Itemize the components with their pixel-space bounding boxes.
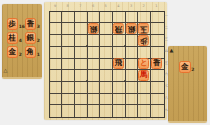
board-square[interactable] [113, 94, 126, 106]
rank-label: 一 [165, 15, 169, 19]
board-square[interactable] [88, 70, 101, 82]
sente-hand-panel: ▲ 金2 [168, 46, 208, 123]
file-label: 7 [74, 5, 87, 9]
board-square[interactable] [62, 23, 75, 35]
board-piece-1-5[interactable]: 香 [151, 58, 162, 69]
gote-marker: △ [4, 68, 8, 73]
board-square[interactable] [88, 105, 101, 117]
file-label: 2 [137, 5, 150, 9]
gote-hand-piece-香-count: 3 [37, 25, 40, 30]
board-square[interactable] [88, 94, 101, 106]
board-square[interactable] [126, 12, 139, 24]
board-square[interactable] [62, 105, 75, 117]
board-square[interactable] [151, 82, 164, 94]
gote-hand-panel: △ 歩16香3桂4銀2金2角1 [2, 4, 42, 79]
board-square[interactable] [151, 12, 164, 24]
file-label: 9 [49, 5, 62, 9]
board-square[interactable] [88, 12, 101, 24]
file-label: 8 [61, 5, 74, 9]
board-piece-2-5[interactable]: と [138, 58, 149, 69]
board-piece-2-6[interactable]: 馬 [138, 70, 149, 81]
board-square[interactable] [100, 35, 113, 47]
board-square[interactable] [151, 47, 164, 59]
board-square[interactable] [50, 105, 63, 117]
gote-hand-piece-桂-count: 4 [19, 39, 22, 44]
board-square[interactable] [138, 47, 151, 59]
board-square[interactable] [75, 12, 88, 24]
board-square[interactable] [151, 35, 164, 47]
file-label: 6 [87, 5, 100, 9]
board-piece-2-2[interactable]: 玉 [138, 23, 149, 34]
file-label: 5 [99, 5, 112, 9]
board-square[interactable] [100, 59, 113, 71]
board-square[interactable] [88, 82, 101, 94]
board-square[interactable] [75, 59, 88, 71]
board-piece-6-2[interactable]: 銀 [88, 23, 99, 34]
board-square[interactable] [62, 70, 75, 82]
board-square[interactable] [100, 23, 113, 35]
board-square[interactable] [50, 47, 63, 59]
board-square[interactable] [62, 12, 75, 24]
board-square[interactable] [126, 105, 139, 117]
gote-hand-piece-角-count: 1 [37, 53, 40, 58]
board-square[interactable] [62, 35, 75, 47]
board-square[interactable] [113, 105, 126, 117]
board-square[interactable] [62, 59, 75, 71]
board-square[interactable] [126, 94, 139, 106]
board-square[interactable] [126, 70, 139, 82]
board-square[interactable] [75, 105, 88, 117]
file-label: 1 [150, 5, 163, 9]
board-square[interactable] [100, 47, 113, 59]
board-square[interactable] [138, 12, 151, 24]
file-label: 4 [112, 5, 125, 9]
board-square[interactable] [151, 70, 164, 82]
board-square[interactable] [75, 82, 88, 94]
gote-hand-piece-桂[interactable]: 桂 [7, 32, 19, 44]
board-square[interactable] [138, 82, 151, 94]
board-square[interactable] [50, 59, 63, 71]
board-square[interactable] [100, 12, 113, 24]
board-piece-4-5[interactable]: 飛 [113, 58, 124, 69]
board-square[interactable] [50, 35, 63, 47]
board-square[interactable] [126, 47, 139, 59]
board-square[interactable] [100, 82, 113, 94]
gote-hand-piece-角[interactable]: 角 [25, 46, 37, 58]
board-square[interactable] [50, 94, 63, 106]
star-point [124, 80, 126, 82]
board-square[interactable] [50, 70, 63, 82]
board-square[interactable] [100, 70, 113, 82]
board-square[interactable] [151, 94, 164, 106]
board-square[interactable] [138, 94, 151, 106]
gote-hand-piece-金-count: 2 [19, 53, 22, 58]
gote-hand-piece-歩[interactable]: 歩 [7, 18, 19, 30]
gote-hand-piece-金[interactable]: 金 [7, 46, 19, 58]
board-square[interactable] [126, 82, 139, 94]
board-square[interactable] [50, 12, 63, 24]
board-square[interactable] [88, 47, 101, 59]
board-square[interactable] [113, 12, 126, 24]
sente-hand-piece-金-count: 2 [191, 68, 194, 73]
gote-hand-piece-銀[interactable]: 銀 [25, 32, 37, 44]
board-square[interactable] [50, 23, 63, 35]
board-square[interactable] [138, 105, 151, 117]
shogi-board-panel: 987654321一二三四五六七八九銀飛銀玉歩飛と香馬 [44, 2, 167, 120]
gote-hand-piece-香[interactable]: 香 [25, 18, 37, 30]
rank-label: 三 [165, 38, 169, 42]
board-piece-4-2[interactable]: 飛 [113, 23, 124, 34]
board-square[interactable] [126, 35, 139, 47]
board-square[interactable] [62, 94, 75, 106]
star-point [86, 80, 88, 82]
board-square[interactable] [100, 94, 113, 106]
board-square[interactable] [75, 23, 88, 35]
board-piece-2-3[interactable]: 歩 [138, 35, 149, 46]
board-square[interactable] [88, 35, 101, 47]
board-square[interactable] [113, 47, 126, 59]
board-square[interactable] [126, 59, 139, 71]
board-square[interactable] [88, 59, 101, 71]
board-piece-3-2[interactable]: 銀 [126, 23, 137, 34]
board-square[interactable] [151, 23, 164, 35]
board-square[interactable] [62, 82, 75, 94]
file-label: 3 [125, 5, 138, 9]
board-square[interactable] [50, 82, 63, 94]
board-square[interactable] [113, 82, 126, 94]
gote-hand-piece-銀-count: 2 [37, 39, 40, 44]
star-point [124, 45, 126, 47]
board-square[interactable] [75, 94, 88, 106]
sente-hand-piece-金[interactable]: 金 [179, 61, 191, 73]
board-square[interactable] [62, 47, 75, 59]
star-point [86, 45, 88, 47]
sente-marker: ▲ [170, 48, 174, 53]
board-square[interactable] [100, 105, 113, 117]
rank-label: 二 [165, 27, 169, 31]
board-square[interactable] [75, 47, 88, 59]
board-square[interactable] [151, 105, 164, 117]
